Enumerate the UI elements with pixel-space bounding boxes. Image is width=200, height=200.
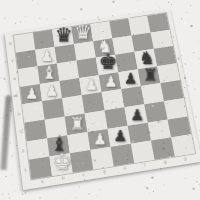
rank-label-1: 1 bbox=[24, 168, 27, 173]
white-king-b1: ♚ bbox=[52, 151, 72, 173]
chess-board: 87654321 abcdefgh ♛♛♟♞♝♚♞♟♟♟♟♟♜♜♟♝♟♟♚ bbox=[5, 9, 200, 190]
white-pawn-d5: ♟ bbox=[85, 78, 98, 93]
white-pawn-d2: ♟ bbox=[93, 132, 107, 147]
rank-label-5: 5 bbox=[15, 94, 18, 98]
rank-label-6: 6 bbox=[13, 77, 16, 81]
rank-label-8: 8 bbox=[9, 43, 12, 47]
white-pawn-a5: ♟ bbox=[25, 87, 38, 102]
square-g1[interactable] bbox=[151, 138, 175, 160]
rank-label-2: 2 bbox=[22, 149, 25, 153]
file-label-d: d bbox=[103, 170, 106, 175]
square-d1[interactable] bbox=[90, 147, 113, 169]
black-pawn-f3: ♟ bbox=[130, 108, 144, 123]
white-pawn-b5: ♟ bbox=[45, 84, 58, 99]
board-photo: 87654321 abcdefgh ♛♛♟♞♝♚♞♟♟♟♟♟♜♜♟♝♟♟♚ bbox=[0, 0, 200, 200]
file-label-c: c bbox=[82, 173, 85, 177]
square-c1[interactable] bbox=[70, 150, 93, 172]
square-f2[interactable] bbox=[128, 122, 151, 144]
white-queen-d8: ♛ bbox=[74, 22, 91, 41]
black-king-e6: ♚ bbox=[99, 52, 118, 73]
file-label-g: g bbox=[163, 160, 166, 164]
square-g2[interactable] bbox=[148, 119, 172, 141]
white-bishop-b6: ♝ bbox=[41, 64, 57, 82]
square-a5[interactable]: ♟ bbox=[20, 84, 42, 105]
file-label-a: a bbox=[41, 180, 44, 185]
rank-label-7: 7 bbox=[11, 59, 14, 63]
file-label-e: e bbox=[124, 167, 127, 172]
square-a4[interactable] bbox=[22, 102, 44, 123]
black-pawn-e2: ♟ bbox=[113, 129, 127, 144]
square-d8[interactable]: ♛ bbox=[71, 24, 93, 43]
square-a7[interactable] bbox=[16, 49, 38, 69]
black-rook-g5: ♜ bbox=[143, 67, 158, 84]
square-a1[interactable] bbox=[29, 157, 52, 179]
white-pawn-e5: ♟ bbox=[104, 75, 117, 90]
white-rook-c3: ♜ bbox=[69, 115, 85, 132]
file-label-h: h bbox=[184, 157, 187, 161]
board-left-shadow bbox=[0, 96, 11, 170]
rank-label-4: 4 bbox=[17, 112, 20, 116]
square-a2[interactable] bbox=[27, 138, 50, 160]
square-b5[interactable]: ♟ bbox=[40, 81, 62, 102]
black-pawn-f5: ♟ bbox=[124, 72, 137, 87]
board-grid: ♛♛♟♞♝♚♞♟♟♟♟♟♜♜♟♝♟♟♚ bbox=[14, 13, 195, 179]
file-label-f: f bbox=[144, 163, 146, 167]
square-h1[interactable] bbox=[171, 134, 195, 156]
square-g5[interactable]: ♜ bbox=[138, 66, 161, 86]
square-c6[interactable] bbox=[57, 61, 79, 81]
file-label-b: b bbox=[62, 176, 65, 181]
black-queen-c8: ♛ bbox=[55, 25, 72, 44]
square-b1[interactable]: ♚ bbox=[49, 153, 72, 175]
square-d4[interactable] bbox=[82, 92, 105, 113]
rank-label-3: 3 bbox=[19, 131, 22, 135]
